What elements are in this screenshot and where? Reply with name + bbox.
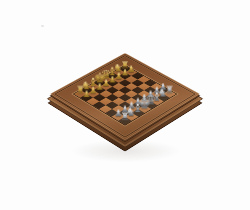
photo-scene: ♜♟♟♜♞♟♟♞♝♟♟♝♛♟♟♛♚♟♟♚♝♟♟♝♞♟♟♞♜♟♟♜ [0, 0, 250, 210]
chess-board-assembly: ♜♟♟♜♞♟♟♞♝♟♟♝♛♟♟♛♚♟♟♚♝♟♟♝♞♟♟♞♜♟♟♜ [50, 53, 200, 140]
product-photo-chess-set: { "game": "chess", "position": { "fen": … [0, 0, 250, 210]
board-frame-top-face: ♜♟♟♜♞♟♟♞♝♟♟♝♛♟♟♛♚♟♟♚♝♟♟♝♞♟♟♞♜♟♟♜ [50, 53, 200, 140]
dust-speck [41, 25, 44, 27]
silver-rook: ♜ [114, 112, 135, 121]
gold-pawn: ♟ [76, 90, 96, 98]
